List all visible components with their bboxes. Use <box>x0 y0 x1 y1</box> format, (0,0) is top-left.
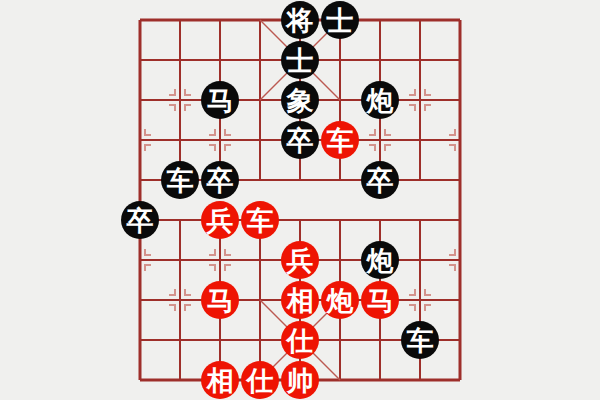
piece-black-advisor[interactable]: 士 <box>281 41 319 79</box>
point-marker-corner <box>449 249 456 256</box>
point-marker-corner <box>449 264 456 271</box>
point-marker-corner <box>169 289 176 296</box>
piece-black-chariot[interactable]: 车 <box>161 161 199 199</box>
point-marker-corner <box>384 129 391 136</box>
point-marker-corner <box>409 304 416 311</box>
point-marker-corner <box>424 104 431 111</box>
point-marker-corner <box>369 144 376 151</box>
piece-red-elephant[interactable]: 相 <box>201 361 239 399</box>
piece-red-advisor[interactable]: 仕 <box>241 361 279 399</box>
piece-red-horse[interactable]: 马 <box>361 281 399 319</box>
point-marker-corner <box>424 289 431 296</box>
point-marker-corner <box>169 304 176 311</box>
point-marker-corner <box>144 144 151 151</box>
xiangqi-app: 将士士马象炮卒车卒卒卒炮车车兵车兵马相炮马仕相仕帅 <box>0 0 600 400</box>
point-marker-corner <box>169 104 176 111</box>
point-marker-corner <box>184 89 191 96</box>
piece-black-advisor[interactable]: 士 <box>321 1 359 39</box>
piece-red-chariot[interactable]: 车 <box>321 121 359 159</box>
xiangqi-board: 将士士马象炮卒车卒卒卒炮车车兵车兵马相炮马仕相仕帅 <box>0 0 600 400</box>
piece-red-soldier[interactable]: 兵 <box>201 201 239 239</box>
piece-red-cannon[interactable]: 炮 <box>321 281 359 319</box>
piece-red-chariot[interactable]: 车 <box>241 201 279 239</box>
piece-black-soldier[interactable]: 卒 <box>201 161 239 199</box>
point-marker-corner <box>424 304 431 311</box>
piece-black-chariot[interactable]: 车 <box>401 321 439 359</box>
point-marker-corner <box>409 289 416 296</box>
piece-red-horse[interactable]: 马 <box>201 281 239 319</box>
piece-black-soldier[interactable]: 卒 <box>121 201 159 239</box>
point-marker-corner <box>184 289 191 296</box>
piece-black-soldier[interactable]: 卒 <box>361 161 399 199</box>
piece-black-cannon[interactable]: 炮 <box>361 241 399 279</box>
point-marker-corner <box>384 144 391 151</box>
piece-black-cannon[interactable]: 炮 <box>361 81 399 119</box>
point-marker-corner <box>409 89 416 96</box>
point-marker-corner <box>224 264 231 271</box>
point-marker-corner <box>369 129 376 136</box>
piece-red-general[interactable]: 帅 <box>281 361 319 399</box>
piece-red-advisor[interactable]: 仕 <box>281 321 319 359</box>
point-marker-corner <box>209 144 216 151</box>
point-marker-corner <box>144 129 151 136</box>
piece-black-general[interactable]: 将 <box>281 1 319 39</box>
point-marker-corner <box>184 304 191 311</box>
point-marker-corner <box>409 104 416 111</box>
point-marker-corner <box>224 249 231 256</box>
point-marker-corner <box>169 89 176 96</box>
point-marker-corner <box>184 104 191 111</box>
point-marker-corner <box>224 129 231 136</box>
piece-black-horse[interactable]: 马 <box>201 81 239 119</box>
point-marker-corner <box>449 129 456 136</box>
point-marker-corner <box>144 264 151 271</box>
point-marker-corner <box>209 129 216 136</box>
piece-black-soldier[interactable]: 卒 <box>281 121 319 159</box>
point-marker-corner <box>144 249 151 256</box>
piece-red-soldier[interactable]: 兵 <box>281 241 319 279</box>
piece-red-elephant[interactable]: 相 <box>281 281 319 319</box>
point-marker-corner <box>209 264 216 271</box>
piece-black-elephant[interactable]: 象 <box>281 81 319 119</box>
point-marker-corner <box>224 144 231 151</box>
point-marker-corner <box>449 144 456 151</box>
point-marker-corner <box>209 249 216 256</box>
point-marker-corner <box>424 89 431 96</box>
